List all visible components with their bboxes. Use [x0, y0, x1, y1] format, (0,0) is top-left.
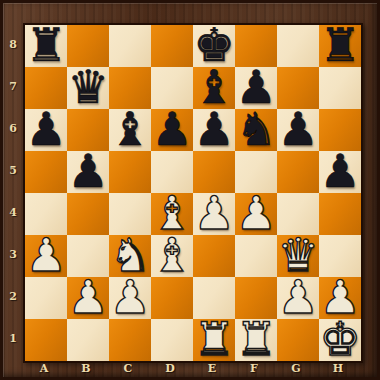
square-h4[interactable]: [319, 193, 361, 235]
square-c1[interactable]: [109, 319, 151, 361]
square-c5[interactable]: [109, 151, 151, 193]
black-bishop-c6[interactable]: ♝: [109, 109, 150, 149]
square-b1[interactable]: [67, 319, 109, 361]
white-pawn-b2[interactable]: ♟: [67, 277, 108, 317]
black-rook-a8[interactable]: ♜: [25, 25, 66, 65]
black-pawn-a6[interactable]: ♟: [25, 109, 66, 149]
file-label-e: E: [191, 359, 233, 377]
square-b7[interactable]: ♛: [67, 67, 109, 109]
square-f3[interactable]: [235, 235, 277, 277]
square-d3[interactable]: ♝: [151, 235, 193, 277]
black-pawn-g6[interactable]: ♟: [277, 109, 318, 149]
square-d1[interactable]: [151, 319, 193, 361]
square-c6[interactable]: ♝: [109, 109, 151, 151]
square-g2[interactable]: ♟: [277, 277, 319, 319]
white-bishop-d3[interactable]: ♝: [151, 235, 192, 275]
white-pawn-c2[interactable]: ♟: [109, 277, 150, 317]
black-pawn-d6[interactable]: ♟: [151, 109, 192, 149]
file-label-d: D: [149, 359, 191, 377]
white-pawn-h2[interactable]: ♟: [319, 277, 360, 317]
square-d6[interactable]: ♟: [151, 109, 193, 151]
rank-label-6: 6: [5, 107, 21, 149]
square-h1[interactable]: ♚: [319, 319, 361, 361]
black-pawn-f7[interactable]: ♟: [235, 67, 276, 107]
white-rook-f1[interactable]: ♜: [235, 319, 276, 359]
white-rook-e1[interactable]: ♜: [193, 319, 234, 359]
white-pawn-a3[interactable]: ♟: [25, 235, 66, 275]
square-g5[interactable]: [277, 151, 319, 193]
rank-label-1: 1: [5, 317, 21, 359]
square-a1[interactable]: [25, 319, 67, 361]
file-label-g: G: [275, 359, 317, 377]
white-pawn-e4[interactable]: ♟: [193, 193, 234, 233]
rank-label-7: 7: [5, 65, 21, 107]
chess-board: ♜♚♜♛♝♟♟♝♟♟♞♟♟♟♝♟♟♟♞♝♛♟♟♟♟♜♜♚: [23, 23, 363, 363]
black-bishop-e7[interactable]: ♝: [193, 67, 234, 107]
rank-label-5: 5: [5, 149, 21, 191]
square-e6[interactable]: ♟: [193, 109, 235, 151]
black-rook-h8[interactable]: ♜: [319, 25, 360, 65]
square-e4[interactable]: ♟: [193, 193, 235, 235]
square-e1[interactable]: ♜: [193, 319, 235, 361]
black-king-e8[interactable]: ♚: [193, 25, 234, 65]
square-g6[interactable]: ♟: [277, 109, 319, 151]
rank-label-2: 2: [5, 275, 21, 317]
square-a3[interactable]: ♟: [25, 235, 67, 277]
square-d2[interactable]: [151, 277, 193, 319]
square-b2[interactable]: ♟: [67, 277, 109, 319]
black-pawn-e6[interactable]: ♟: [193, 109, 234, 149]
file-label-h: H: [317, 359, 359, 377]
square-b4[interactable]: [67, 193, 109, 235]
square-f6[interactable]: ♞: [235, 109, 277, 151]
rank-label-3: 3: [5, 233, 21, 275]
square-d8[interactable]: [151, 25, 193, 67]
square-a8[interactable]: ♜: [25, 25, 67, 67]
rank-label-4: 4: [5, 191, 21, 233]
white-pawn-g2[interactable]: ♟: [277, 277, 318, 317]
white-knight-c3[interactable]: ♞: [109, 235, 150, 275]
black-knight-f6[interactable]: ♞: [235, 109, 276, 149]
square-a6[interactable]: ♟: [25, 109, 67, 151]
chess-app-window: 87654321 ♜♚♜♛♝♟♟♝♟♟♞♟♟♟♝♟♟♟♞♝♛♟♟♟♟♜♜♚ AB…: [0, 0, 380, 380]
rank-label-8: 8: [5, 23, 21, 65]
file-labels: ABCDEFGH: [23, 359, 359, 377]
file-label-f: F: [233, 359, 275, 377]
square-a2[interactable]: [25, 277, 67, 319]
square-a5[interactable]: [25, 151, 67, 193]
square-c2[interactable]: ♟: [109, 277, 151, 319]
file-label-b: B: [65, 359, 107, 377]
file-label-c: C: [107, 359, 149, 377]
square-e3[interactable]: [193, 235, 235, 277]
square-f1[interactable]: ♜: [235, 319, 277, 361]
square-h7[interactable]: [319, 67, 361, 109]
square-h8[interactable]: ♜: [319, 25, 361, 67]
file-label-a: A: [23, 359, 65, 377]
white-king-h1[interactable]: ♚: [319, 319, 360, 359]
square-g8[interactable]: [277, 25, 319, 67]
black-queen-b7[interactable]: ♛: [67, 67, 108, 107]
white-queen-g3[interactable]: ♛: [277, 235, 318, 275]
rank-labels: 87654321: [5, 23, 21, 359]
black-pawn-h5[interactable]: ♟: [319, 151, 360, 191]
black-pawn-b5[interactable]: ♟: [67, 151, 108, 191]
white-bishop-d4[interactable]: ♝: [151, 193, 192, 233]
square-b5[interactable]: ♟: [67, 151, 109, 193]
square-f4[interactable]: ♟: [235, 193, 277, 235]
square-c8[interactable]: [109, 25, 151, 67]
square-h5[interactable]: ♟: [319, 151, 361, 193]
white-pawn-f4[interactable]: ♟: [235, 193, 276, 233]
square-g1[interactable]: [277, 319, 319, 361]
